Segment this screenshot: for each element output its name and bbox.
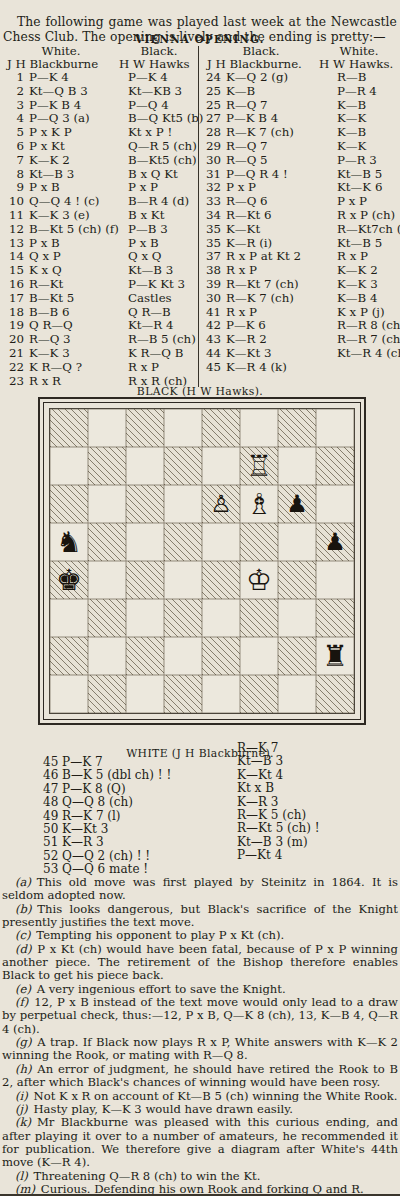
- square-b3: [88, 599, 126, 637]
- square-e2: [202, 637, 240, 675]
- black-rook-h2: ♜: [322, 637, 348, 675]
- continuation-white-move: 47 P—K 8 (Q): [43, 783, 171, 796]
- move-number: 19: [2, 319, 29, 333]
- black-move: Kt—B 3: [128, 264, 198, 278]
- move-number: 11: [2, 209, 29, 223]
- continuation-black-move: Kt x B: [237, 782, 320, 795]
- square-g4: [278, 561, 316, 599]
- square-h5: ♟: [316, 523, 354, 561]
- square-b8: [88, 409, 126, 447]
- white-move: R—Kt: [29, 278, 128, 292]
- move-number: 38: [202, 264, 226, 278]
- continuation-black-move: R—Kt 5 (ch) !: [237, 822, 320, 835]
- white-move: P—Q 3 (a): [29, 112, 128, 126]
- annotation-note: (m) Curious. Defending his own Rook and …: [2, 1183, 398, 1196]
- square-a6: [50, 485, 88, 523]
- square-h8: [316, 409, 354, 447]
- chessboard-inner-frame: ♖♙♗♟♞♟♚♔♜: [43, 402, 361, 720]
- white-move: P x P: [226, 181, 337, 195]
- annotation-note: (f) 12, P x B instead of the text move w…: [2, 996, 398, 1036]
- move-row: 25K—BP—R 4: [202, 85, 398, 99]
- square-b6: [88, 485, 126, 523]
- move-row: 45K—R 4 (k): [202, 361, 398, 375]
- black-move: Q R—B: [128, 306, 198, 320]
- square-e4: [202, 561, 240, 599]
- white-move: Q—Q 4 ! (c): [29, 195, 128, 209]
- square-h7: [316, 447, 354, 485]
- black-move: K—B: [337, 126, 398, 140]
- continuation-black-move: R—K 7: [237, 742, 320, 755]
- note-label: (b): [15, 902, 31, 916]
- move-number: 25: [202, 85, 226, 99]
- black-move: Kt—R 4: [128, 319, 198, 333]
- white-move: Kt—B 3: [29, 168, 128, 182]
- move-row: 15K x QKt—B 3: [2, 264, 198, 278]
- white-move: B—B 6: [29, 306, 128, 320]
- white-move: K—Q 2 (g): [226, 71, 337, 85]
- white-move: Kt—Q B 3: [29, 85, 128, 99]
- black-move: P—R 3: [337, 154, 398, 168]
- move-number: 39: [202, 278, 226, 292]
- note-label: (e): [15, 982, 31, 996]
- move-row: 16R—KtP—K Kt 3: [2, 278, 198, 292]
- black-move: Kt—B 5: [337, 168, 398, 182]
- black-move: R x P: [128, 361, 198, 375]
- square-e1: [202, 675, 240, 713]
- note-label: (d): [15, 942, 31, 956]
- move-row: 11K—K 3 (e)B x Kt: [2, 209, 198, 223]
- square-c1: [126, 675, 164, 713]
- move-row: 8Kt—B 3B x Q Kt: [2, 168, 198, 182]
- move-number: 43: [202, 333, 226, 347]
- continuation-black-move: P—Kt 4: [237, 849, 320, 862]
- square-a8: [50, 409, 88, 447]
- white-move: P—K 4: [29, 71, 128, 85]
- black-move: Q x Q: [128, 250, 198, 264]
- black-move: B—R 4 (d): [128, 195, 198, 209]
- black-move: K—B: [337, 99, 398, 113]
- square-g2: [278, 637, 316, 675]
- continuation-white-move: 50 K—Kt 3: [43, 823, 171, 836]
- move-number: 9: [2, 181, 29, 195]
- move-number: 20: [2, 333, 29, 347]
- move-row: 12B—Kt 5 (ch) (f)P—B 3: [2, 223, 198, 237]
- header-black: Black.: [202, 45, 320, 57]
- move-number: 8: [2, 168, 29, 182]
- square-h2: ♜: [316, 637, 354, 675]
- move-row: 28R—K 7 (ch)K—B: [202, 126, 398, 140]
- move-number: 18: [2, 306, 29, 320]
- black-move: B—Kt5 (ch): [128, 154, 198, 168]
- move-number: 35: [202, 237, 226, 251]
- square-f4: ♔: [240, 561, 278, 599]
- move-number: 3: [2, 99, 29, 113]
- move-row: 3P—K B 4P—Q 4: [2, 99, 198, 113]
- square-g1: [278, 675, 316, 713]
- annotation-note: (g) A trap. If Black now plays R x P, Wh…: [2, 1036, 398, 1063]
- move-number: 6: [2, 140, 29, 154]
- white-move: R—Q 6: [226, 195, 337, 209]
- black-move: R—R 7 (ch): [337, 333, 400, 347]
- square-g8: [278, 409, 316, 447]
- black-king-a4: ♚: [56, 561, 82, 599]
- white-king-f4: ♔: [246, 561, 272, 599]
- header-white: White.: [320, 45, 398, 57]
- square-a1: [50, 675, 88, 713]
- square-g3: [278, 599, 316, 637]
- move-number: 13: [2, 237, 29, 251]
- white-move: K—R (i): [226, 237, 337, 251]
- black-move: R x P: [337, 250, 398, 264]
- note-label: (k): [15, 1115, 31, 1129]
- move-number: 2: [2, 85, 29, 99]
- continuation-white-move: 51 K—R 3: [43, 836, 171, 849]
- square-d3: [164, 599, 202, 637]
- move-number: 16: [2, 278, 29, 292]
- white-move: P x Kt: [29, 140, 128, 154]
- white-move: P—Q R 4 !: [226, 168, 337, 182]
- black-move: P—K Kt 3: [128, 278, 198, 292]
- white-move: Q R—Q: [29, 319, 128, 333]
- move-row: 7K—K 2B—Kt5 (ch): [2, 154, 198, 168]
- square-b5: [88, 523, 126, 561]
- note-label: (l): [15, 1169, 28, 1183]
- note-label: (i): [15, 1089, 28, 1103]
- square-c5: [126, 523, 164, 561]
- annotation-note: (j) Hasty play, K—K 3 would have drawn e…: [2, 1103, 398, 1116]
- moves-column-left: White. Black. J H Blackburne H W Hawks 1…: [2, 45, 198, 388]
- move-number: 30: [202, 154, 226, 168]
- black-move: R x P (ch): [337, 209, 398, 223]
- move-number: 27: [202, 112, 226, 126]
- annotation-note: (i) Not K x R on account of Kt—B 5 (ch) …: [2, 1090, 398, 1103]
- black-move: Castles: [128, 292, 198, 306]
- annotation-note: (e) A very ingenious effort to save the …: [2, 983, 398, 996]
- black-move: Kt—K 6: [337, 181, 398, 195]
- note-label: (h): [15, 1062, 32, 1076]
- black-move: R—Kt7ch (h): [337, 223, 400, 237]
- white-move: P—K 6: [226, 319, 337, 333]
- black-move: K—K 3: [337, 278, 398, 292]
- black-move: R—R 8 (ch): [337, 319, 400, 333]
- square-d6: [164, 485, 202, 523]
- square-a3: [50, 599, 88, 637]
- square-f2: [240, 637, 278, 675]
- black-move: Kt—B 5: [337, 237, 398, 251]
- white-move: K—R 4 (k): [226, 361, 337, 375]
- white-move: P x B: [29, 181, 128, 195]
- white-move: P x B: [29, 237, 128, 251]
- annotation-note: (k) Mr Blackburne was pleased with this …: [2, 1116, 398, 1169]
- square-e5: [202, 523, 240, 561]
- square-c8: [126, 409, 164, 447]
- black-move: P—B 3: [128, 223, 198, 237]
- move-number: 5: [2, 126, 29, 140]
- black-move: [337, 361, 398, 375]
- continuation-white-moves: 45 P—K 746 B—K 5 (dbl ch) ! !47 P—K 8 (Q…: [43, 756, 171, 877]
- move-row: 37R x P at Kt 2R x P: [202, 250, 398, 264]
- move-number: 32: [202, 181, 226, 195]
- square-c7: [126, 447, 164, 485]
- newspaper-chess-column: The following game was played last week …: [0, 0, 400, 1196]
- black-move: P x B: [128, 237, 198, 251]
- white-move: P x K P: [29, 126, 128, 140]
- black-move: K—K: [337, 140, 398, 154]
- move-number: 30: [202, 292, 226, 306]
- square-e3: [202, 599, 240, 637]
- white-move: R—Q 7: [226, 140, 337, 154]
- square-g6: ♟: [278, 485, 316, 523]
- black-move: Q—R 5 (ch): [128, 140, 198, 154]
- move-number: 1: [2, 71, 29, 85]
- move-number: 12: [2, 223, 29, 237]
- square-d8: [164, 409, 202, 447]
- square-b7: [88, 447, 126, 485]
- move-row: 34R—Kt 6R x P (ch): [202, 209, 398, 223]
- white-rook-f7: ♖: [246, 447, 272, 485]
- white-move: K—K 3 (e): [29, 209, 128, 223]
- continuation-black-move: R—K 5 (ch): [237, 809, 320, 822]
- continuation-white-move: 46 B—K 5 (dbl ch) ! !: [43, 769, 171, 782]
- black-move: K—K 2: [337, 264, 398, 278]
- header-black: Black.: [120, 45, 198, 57]
- white-move: P—K B 4: [226, 112, 337, 126]
- move-row: 42P—K 6R—R 8 (ch): [202, 319, 398, 333]
- square-h6: [316, 485, 354, 523]
- move-number: 33: [202, 195, 226, 209]
- white-move: R—Q 3: [29, 333, 128, 347]
- move-number: 42: [202, 319, 226, 333]
- square-f1: [240, 675, 278, 713]
- move-row: 1P—K 4P—K 4: [2, 71, 198, 85]
- move-number: 7: [2, 154, 29, 168]
- column-headers: White. Black.: [2, 45, 198, 57]
- square-f8: [240, 409, 278, 447]
- square-g7: [278, 447, 316, 485]
- continuation-black-moves: R—K 7Kt—B 3K—Kt 4Kt x BK—R 3R—K 5 (ch)R—…: [237, 742, 320, 863]
- black-move: P—Q 4: [128, 99, 198, 113]
- white-move: K—K 3: [29, 347, 128, 361]
- move-row: 4P—Q 3 (a)B—Q Kt5 (b): [2, 112, 198, 126]
- black-move: B x Q Kt: [128, 168, 198, 182]
- annotation-note: (h) An error of judgment, he should have…: [2, 1063, 398, 1090]
- square-f6: ♗: [240, 485, 278, 523]
- white-move: R x P: [226, 306, 337, 320]
- white-move: B—Kt 5 (ch) (f): [29, 223, 128, 237]
- white-move: R—Kt 6: [226, 209, 337, 223]
- move-row: 25R—Q 7K—B: [202, 99, 398, 113]
- black-move: B—Q Kt5 (b): [128, 112, 203, 126]
- black-move: K R—Q B: [128, 347, 198, 361]
- white-pawn-e6: ♙: [210, 485, 232, 523]
- move-row: 19Q R—QKt—R 4: [2, 319, 198, 333]
- move-row: 6P x KtQ—R 5 (ch): [2, 140, 198, 154]
- square-f7: ♖: [240, 447, 278, 485]
- move-number: 4: [2, 112, 29, 126]
- continuation-white-move: 52 Q—Q 2 (ch) ! !: [43, 850, 171, 863]
- square-c6: [126, 485, 164, 523]
- white-move: K—Kt 3: [226, 347, 337, 361]
- white-move: K—K 2: [29, 154, 128, 168]
- white-move: R x P: [226, 264, 337, 278]
- move-row: 43K—R 2R—R 7 (ch): [202, 333, 398, 347]
- square-g5: [278, 523, 316, 561]
- black-pawn-g6: ♟: [286, 485, 308, 523]
- move-number: 29: [202, 140, 226, 154]
- chessboard: ♖♙♗♟♞♟♚♔♜: [49, 408, 355, 714]
- white-move: K—Kt: [226, 223, 337, 237]
- continuation-white-move: 49 R—K 7 (l): [43, 810, 171, 823]
- white-move: Q x P: [29, 250, 128, 264]
- continuation-white-move: 48 Q—Q 8 (ch): [43, 796, 171, 809]
- square-c3: [126, 599, 164, 637]
- black-pawn-h5: ♟: [324, 523, 346, 561]
- move-row: 31P—Q R 4 !Kt—B 5: [202, 168, 398, 182]
- move-row: 13P x BP x B: [2, 237, 198, 251]
- square-b1: [88, 675, 126, 713]
- square-f5: [240, 523, 278, 561]
- black-move: P—R 4: [337, 85, 398, 99]
- square-b2: [88, 637, 126, 675]
- square-c2: [126, 637, 164, 675]
- move-row: 22K R—Q ?R x P: [2, 361, 198, 375]
- move-row: 33R—Q 6P x P: [202, 195, 398, 209]
- black-move: P x P: [337, 195, 398, 209]
- move-number: 22: [2, 361, 29, 375]
- move-number: 25: [202, 99, 226, 113]
- annotations: (a) This old move was first played by St…: [2, 876, 398, 1196]
- white-move: R—K 7 (ch): [226, 292, 337, 306]
- move-row: 21K—K 3K R—Q B: [2, 347, 198, 361]
- annotation-note: (l) Threatening Q—R 8 (ch) to win the Kt…: [2, 1170, 398, 1183]
- white-move: B—Kt 5: [29, 292, 128, 306]
- move-number: 35: [202, 223, 226, 237]
- move-number: 24: [202, 71, 226, 85]
- move-row: 35K—R (i)Kt—B 5: [202, 237, 398, 251]
- move-row: 44K—Kt 3Kt—R 4 (ch): [202, 347, 398, 361]
- square-c4: [126, 561, 164, 599]
- move-number: 21: [2, 347, 29, 361]
- black-move: B x Kt: [128, 209, 198, 223]
- move-row: 35K—KtR—Kt7ch (h): [202, 223, 398, 237]
- white-move: K x Q: [29, 264, 128, 278]
- black-move: K x P (j): [337, 306, 398, 320]
- note-label: (m): [15, 1182, 35, 1196]
- black-move: P—K 4: [128, 71, 198, 85]
- move-row: 30R—K 7 (ch)K—B 4: [202, 292, 398, 306]
- column-divider: [198, 46, 199, 387]
- move-row: 38R x PK—K 2: [202, 264, 398, 278]
- square-e6: ♙: [202, 485, 240, 523]
- move-number: 17: [2, 292, 29, 306]
- move-list-24-45: 24K—Q 2 (g)R—B25K—BP—R 425R—Q 7K—B27P—K …: [202, 71, 398, 375]
- square-h3: [316, 599, 354, 637]
- annotation-note: (a) This old move was first played by St…: [2, 876, 398, 903]
- move-number: 10: [2, 195, 29, 209]
- square-h1: [316, 675, 354, 713]
- black-move: R—B 5 (ch): [128, 333, 198, 347]
- black-move: Kt—R 4 (ch): [337, 347, 400, 361]
- move-number: 37: [202, 250, 226, 264]
- square-a4: ♚: [50, 561, 88, 599]
- black-move: Kt x P !: [128, 126, 198, 140]
- continuation-black-move: K—R 3: [237, 796, 320, 809]
- black-move: K—B 4: [337, 292, 398, 306]
- move-number: 28: [202, 126, 226, 140]
- white-move: K R—Q ?: [29, 361, 128, 375]
- white-move: R—Q 7: [226, 99, 337, 113]
- white-move: R—Q 5: [226, 154, 337, 168]
- black-move: Kt—KB 3: [128, 85, 198, 99]
- continuation-black-move: Kt—B 3 (m): [237, 836, 320, 849]
- move-number: 41: [202, 306, 226, 320]
- black-move: K—K: [337, 112, 398, 126]
- white-move: R x P at Kt 2: [226, 250, 337, 264]
- white-move: R—Kt 7 (ch): [226, 278, 337, 292]
- continuation-black-move: K—Kt 4: [237, 769, 320, 782]
- move-row: 5P x K PKt x P !: [2, 126, 198, 140]
- white-bishop-f6: ♗: [246, 485, 272, 523]
- note-label: (f): [15, 995, 28, 1009]
- square-h4: [316, 561, 354, 599]
- square-d5: [164, 523, 202, 561]
- white-move: K—B: [226, 85, 337, 99]
- white-move: R—K 7 (ch): [226, 126, 337, 140]
- move-row: 2Kt—Q B 3Kt—KB 3: [2, 85, 198, 99]
- black-move: P x P: [128, 181, 198, 195]
- move-row: 29R—Q 7K—K: [202, 140, 398, 154]
- header-white: White.: [2, 45, 120, 57]
- chessboard-frame: ♖♙♗♟♞♟♚♔♜: [38, 397, 366, 725]
- square-d1: [164, 675, 202, 713]
- square-a7: [50, 447, 88, 485]
- square-f3: [240, 599, 278, 637]
- move-row: 32P x PKt—K 6: [202, 181, 398, 195]
- move-number: 34: [202, 209, 226, 223]
- move-row: 9P x BP x P: [2, 181, 198, 195]
- move-row: 17B—Kt 5Castles: [2, 292, 198, 306]
- move-number: 15: [2, 264, 29, 278]
- square-b4: [88, 561, 126, 599]
- annotation-note: (b) This looks dangerous, but Black's sa…: [2, 903, 398, 930]
- square-e8: [202, 409, 240, 447]
- white-move: P—K B 4: [29, 99, 128, 113]
- move-row: 18B—B 6Q R—B: [2, 306, 198, 320]
- annotation-note: (c) Tempting his opponent to play P x Kt…: [2, 929, 398, 942]
- move-number: 31: [202, 168, 226, 182]
- black-move: R—B: [337, 71, 398, 85]
- move-row: 20R—Q 3R—B 5 (ch): [2, 333, 198, 347]
- move-number: 14: [2, 250, 29, 264]
- column-headers: Black. White.: [202, 45, 398, 57]
- note-label: (g): [15, 1035, 31, 1049]
- move-number: 44: [202, 347, 226, 361]
- square-d2: [164, 637, 202, 675]
- square-e7: [202, 447, 240, 485]
- square-a2: [50, 637, 88, 675]
- move-row: 14Q x PQ x Q: [2, 250, 198, 264]
- move-number: 45: [202, 361, 226, 375]
- move-row: 27P—K B 4K—K: [202, 112, 398, 126]
- continuation-white-move: 45 P—K 7: [43, 756, 171, 769]
- continuation-black-move: Kt—B 3: [237, 755, 320, 768]
- move-list-1-23: 1P—K 4P—K 42Kt—Q B 3Kt—KB 33P—K B 4P—Q 4…: [2, 71, 198, 388]
- move-row: 39R—Kt 7 (ch)K—K 3: [202, 278, 398, 292]
- move-row: 30R—Q 5P—R 3: [202, 154, 398, 168]
- black-knight-a5: ♞: [56, 523, 82, 561]
- square-a5: ♞: [50, 523, 88, 561]
- square-d4: [164, 561, 202, 599]
